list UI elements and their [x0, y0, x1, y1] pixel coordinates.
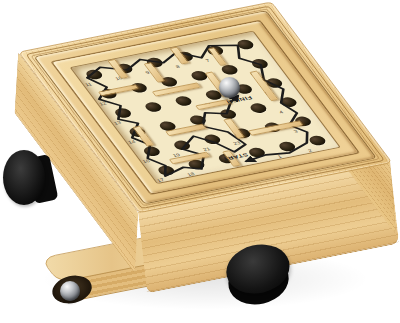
maze-hole [142, 101, 163, 113]
maze-hole [292, 115, 313, 127]
maze-hole [188, 70, 209, 82]
maze-hole [234, 38, 255, 50]
maze-hole [218, 64, 239, 76]
maze-hole [201, 133, 222, 145]
maze-hole [98, 88, 119, 100]
steel-ball-spare [60, 281, 80, 301]
hole-number: 1 [277, 154, 283, 158]
maze-hole [262, 121, 283, 133]
maze-hole [263, 77, 284, 89]
maze-hole [171, 139, 192, 151]
maze-hole [217, 108, 238, 120]
maze-hole [204, 44, 225, 56]
maze-hole [246, 146, 267, 158]
maze-hole [144, 56, 165, 68]
maze-hole [128, 82, 149, 94]
maze-hole [174, 50, 195, 62]
maze-hole [157, 120, 178, 132]
maze-hole [172, 95, 193, 107]
maze-hole [216, 152, 237, 164]
maze-hole [158, 76, 179, 88]
maze-hole [113, 62, 134, 74]
maze-hole [247, 102, 268, 114]
maze-hole [249, 58, 270, 70]
labyrinth-product-photo: 11109871261324514154161921233171812 STAR… [0, 0, 400, 323]
maze-hole [187, 114, 208, 126]
hole-number: 2 [307, 148, 313, 152]
maze-hole [155, 164, 176, 176]
maze-hole [83, 68, 104, 80]
maze-hole [278, 96, 299, 108]
maze-hole [231, 127, 252, 139]
steel-ball-maze [219, 77, 240, 98]
maze-hole [112, 107, 133, 119]
maze-hole [185, 158, 206, 170]
maze-hole [126, 126, 147, 138]
maze-hole [306, 134, 327, 146]
maze-hole [276, 140, 297, 152]
maze-hole [141, 145, 162, 157]
left-tilt-knob-face[interactable] [3, 150, 45, 205]
